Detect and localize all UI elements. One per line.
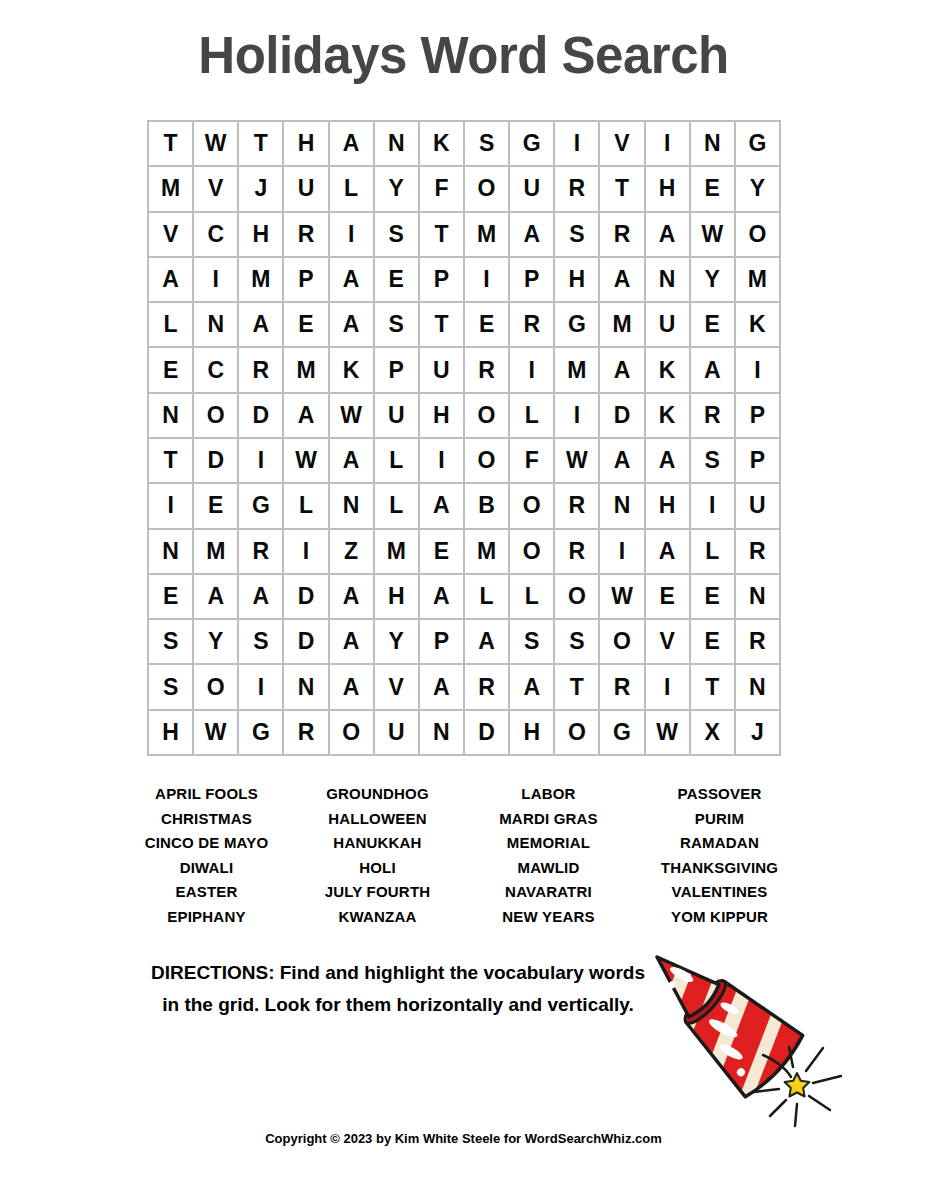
grid-cell-r13c9[interactable]: A <box>510 665 553 708</box>
grid-cell-r5c9[interactable]: R <box>510 303 553 346</box>
grid-cell-r10c6[interactable]: M <box>375 530 418 573</box>
grid-cell-r3c6[interactable]: S <box>375 213 418 256</box>
word-item: MEMORIAL <box>467 831 630 856</box>
word-item: MAWLID <box>467 856 630 881</box>
grid-cell-r14c5[interactable]: O <box>330 711 373 754</box>
grid-cell-r4c4[interactable]: P <box>284 258 327 301</box>
grid-cell-r7c11[interactable]: D <box>600 394 643 437</box>
grid-cell-r1c1[interactable]: T <box>149 122 192 165</box>
word-item: YOM KIPPUR <box>638 905 801 930</box>
grid-cell-r3c13[interactable]: W <box>691 213 734 256</box>
grid-cell-r6c13[interactable]: A <box>691 348 734 391</box>
grid-cell-r2c10[interactable]: R <box>555 167 598 210</box>
grid-cell-r11c3[interactable]: A <box>239 575 282 618</box>
grid-cell-r9c1[interactable]: I <box>149 484 192 527</box>
grid-cell-r13c5[interactable]: A <box>330 665 373 708</box>
grid-cell-r10c9[interactable]: O <box>510 530 553 573</box>
grid-cell-r3c10[interactable]: S <box>555 213 598 256</box>
grid-cell-r13c13[interactable]: T <box>691 665 734 708</box>
grid-cell-r5c4[interactable]: E <box>284 303 327 346</box>
grid-cell-r11c5[interactable]: A <box>330 575 373 618</box>
grid-cell-r7c9[interactable]: L <box>510 394 553 437</box>
word-item: HOLI <box>296 856 459 881</box>
grid-cell-r13c8[interactable]: R <box>465 665 508 708</box>
grid-cell-r1c3[interactable]: T <box>239 122 282 165</box>
grid-cell-r12c10[interactable]: S <box>555 620 598 663</box>
grid-cell-r6c12[interactable]: K <box>646 348 689 391</box>
grid-cell-r9c2[interactable]: E <box>194 484 237 527</box>
grid-cell-r14c3[interactable]: G <box>239 711 282 754</box>
grid-cell-r1c4[interactable]: H <box>284 122 327 165</box>
grid-cell-r4c3[interactable]: M <box>239 258 282 301</box>
rocket-body-group <box>643 943 844 1137</box>
grid-cell-r11c14[interactable]: N <box>736 575 779 618</box>
word-item: KWANZAA <box>296 905 459 930</box>
grid-cell-r8c1[interactable]: T <box>149 439 192 482</box>
grid-cell-r5c3[interactable]: A <box>239 303 282 346</box>
grid-cell-r14c9[interactable]: H <box>510 711 553 754</box>
grid-cell-r6c1[interactable]: E <box>149 348 192 391</box>
grid-cell-r2c14[interactable]: Y <box>736 167 779 210</box>
grid-cell-r13c2[interactable]: O <box>194 665 237 708</box>
grid-cell-r9c5[interactable]: N <box>330 484 373 527</box>
page-title: Holidays Word Search <box>0 26 927 85</box>
grid-cell-r5c1[interactable]: L <box>149 303 192 346</box>
word-item: GROUNDHOG <box>296 782 459 807</box>
grid-cell-r4c10[interactable]: H <box>555 258 598 301</box>
grid-cell-r3c5[interactable]: I <box>330 213 373 256</box>
grid-cell-r7c14[interactable]: P <box>736 394 779 437</box>
grid-cell-r4c13[interactable]: Y <box>691 258 734 301</box>
word-item: NAVARATRI <box>467 880 630 905</box>
grid-cell-r9c12[interactable]: H <box>646 484 689 527</box>
grid-cell-r4c1[interactable]: A <box>149 258 192 301</box>
grid-cell-r14c4[interactable]: R <box>284 711 327 754</box>
directions-text: DIRECTIONS: Find and highlight the vocab… <box>120 957 676 1021</box>
word-item: CINCO DE MAYO <box>125 831 288 856</box>
grid-cell-r1c8[interactable]: S <box>465 122 508 165</box>
firework-rocket-illustration <box>643 943 911 1141</box>
grid-cell-r5c8[interactable]: E <box>465 303 508 346</box>
grid-cell-r3c3[interactable]: H <box>239 213 282 256</box>
grid-cell-r3c7[interactable]: T <box>420 213 463 256</box>
grid-cell-r5c11[interactable]: M <box>600 303 643 346</box>
grid-cell-r3c1[interactable]: V <box>149 213 192 256</box>
grid-cell-r2c3[interactable]: J <box>239 167 282 210</box>
grid-cell-r12c2[interactable]: Y <box>194 620 237 663</box>
grid-cell-r10c11[interactable]: I <box>600 530 643 573</box>
grid-cell-r13c1[interactable]: S <box>149 665 192 708</box>
directions-line-2: in the grid. Look for them horizontally … <box>120 989 676 1021</box>
grid-cell-r12c5[interactable]: A <box>330 620 373 663</box>
grid-cell-r6c7[interactable]: U <box>420 348 463 391</box>
grid-cell-r12c12[interactable]: V <box>646 620 689 663</box>
grid-cell-r8c2[interactable]: D <box>194 439 237 482</box>
word-item: MARDI GRAS <box>467 807 630 832</box>
grid-cell-r2c9[interactable]: U <box>510 167 553 210</box>
word-item: DIWALI <box>125 856 288 881</box>
grid-cell-r8c5[interactable]: A <box>330 439 373 482</box>
grid-cell-r7c10[interactable]: I <box>555 394 598 437</box>
grid-cell-r11c4[interactable]: D <box>284 575 327 618</box>
grid-cell-r1c6[interactable]: N <box>375 122 418 165</box>
grid-cell-r6c6[interactable]: P <box>375 348 418 391</box>
grid-cell-r8c6[interactable]: L <box>375 439 418 482</box>
grid-cell-r1c7[interactable]: K <box>420 122 463 165</box>
grid-cell-r6c9[interactable]: I <box>510 348 553 391</box>
grid-cell-r9c6[interactable]: L <box>375 484 418 527</box>
grid-cell-r2c4[interactable]: U <box>284 167 327 210</box>
word-list-column: GROUNDHOGHALLOWEENHANUKKAHHOLIJULY FOURT… <box>296 782 459 929</box>
grid-cell-r2c2[interactable]: V <box>194 167 237 210</box>
grid-cell-r10c8[interactable]: M <box>465 530 508 573</box>
grid-cell-r13c7[interactable]: A <box>420 665 463 708</box>
grid-cell-r1c5[interactable]: A <box>330 122 373 165</box>
grid-cell-r7c8[interactable]: O <box>465 394 508 437</box>
grid-cell-r10c5[interactable]: Z <box>330 530 373 573</box>
grid-cell-r13c6[interactable]: V <box>375 665 418 708</box>
grid-cell-r3c9[interactable]: A <box>510 213 553 256</box>
grid-cell-r11c7[interactable]: A <box>420 575 463 618</box>
grid-cell-r1c9[interactable]: G <box>510 122 553 165</box>
grid-cell-r1c14[interactable]: G <box>736 122 779 165</box>
grid-cell-r8c8[interactable]: O <box>465 439 508 482</box>
grid-cell-r13c3[interactable]: I <box>239 665 282 708</box>
grid-cell-r4c5[interactable]: A <box>330 258 373 301</box>
grid-cell-r7c3[interactable]: D <box>239 394 282 437</box>
grid-cell-r3c4[interactable]: R <box>284 213 327 256</box>
directions-line-1: DIRECTIONS: Find and highlight the vocab… <box>120 957 676 989</box>
grid-cell-r5c2[interactable]: N <box>194 303 237 346</box>
grid-cell-r13c12[interactable]: I <box>646 665 689 708</box>
grid-cell-r8c10[interactable]: W <box>555 439 598 482</box>
grid-cell-r14c14[interactable]: J <box>736 711 779 754</box>
grid-cell-r1c10[interactable]: I <box>555 122 598 165</box>
grid-cell-r8c12[interactable]: A <box>646 439 689 482</box>
word-item: RAMADAN <box>638 831 801 856</box>
grid-cell-r10c10[interactable]: R <box>555 530 598 573</box>
grid-cell-r7c7[interactable]: H <box>420 394 463 437</box>
grid-cell-r10c4[interactable]: I <box>284 530 327 573</box>
grid-cell-r14c7[interactable]: N <box>420 711 463 754</box>
grid-cell-r9c11[interactable]: N <box>600 484 643 527</box>
grid-cell-r10c7[interactable]: E <box>420 530 463 573</box>
grid-cell-r5c5[interactable]: A <box>330 303 373 346</box>
grid-cell-r6c11[interactable]: A <box>600 348 643 391</box>
grid-cell-r6c14[interactable]: I <box>736 348 779 391</box>
grid-cell-r9c10[interactable]: R <box>555 484 598 527</box>
grid-cell-r13c4[interactable]: N <box>284 665 327 708</box>
grid-cell-r3c12[interactable]: A <box>646 213 689 256</box>
grid-cell-r14c13[interactable]: X <box>691 711 734 754</box>
grid-cell-r4c11[interactable]: A <box>600 258 643 301</box>
grid-cell-r2c11[interactable]: T <box>600 167 643 210</box>
grid-cell-r13c11[interactable]: R <box>600 665 643 708</box>
grid-cell-r10c3[interactable]: R <box>239 530 282 573</box>
grid-cell-r3c11[interactable]: R <box>600 213 643 256</box>
word-item: HANUKKAH <box>296 831 459 856</box>
grid-cell-r14c2[interactable]: W <box>194 711 237 754</box>
word-item: THANKSGIVING <box>638 856 801 881</box>
grid-cell-r11c1[interactable]: E <box>149 575 192 618</box>
grid-cell-r6c8[interactable]: R <box>465 348 508 391</box>
grid-cell-r14c10[interactable]: O <box>555 711 598 754</box>
grid-cell-r1c2[interactable]: W <box>194 122 237 165</box>
grid-cell-r11c12[interactable]: E <box>646 575 689 618</box>
grid-cell-r12c9[interactable]: S <box>510 620 553 663</box>
grid-cell-r6c10[interactable]: M <box>555 348 598 391</box>
grid-cell-r7c4[interactable]: A <box>284 394 327 437</box>
worksheet-page: Holidays Word Search TWTHANKSGIVINGMVJUL… <box>0 0 927 1199</box>
grid-cell-r8c14[interactable]: P <box>736 439 779 482</box>
grid-cell-r7c1[interactable]: N <box>149 394 192 437</box>
grid-cell-r9c13[interactable]: I <box>691 484 734 527</box>
grid-cell-r2c5[interactable]: L <box>330 167 373 210</box>
word-item: PURIM <box>638 807 801 832</box>
grid-cell-r5c12[interactable]: U <box>646 303 689 346</box>
word-item: PASSOVER <box>638 782 801 807</box>
grid-cell-r1c13[interactable]: N <box>691 122 734 165</box>
grid-cell-r2c13[interactable]: E <box>691 167 734 210</box>
grid-cell-r3c8[interactable]: M <box>465 213 508 256</box>
grid-cell-r8c11[interactable]: A <box>600 439 643 482</box>
grid-cell-r9c9[interactable]: O <box>510 484 553 527</box>
grid-cell-r9c3[interactable]: G <box>239 484 282 527</box>
grid-cell-r4c7[interactable]: P <box>420 258 463 301</box>
word-item: CHRISTMAS <box>125 807 288 832</box>
grid-cell-r13c10[interactable]: T <box>555 665 598 708</box>
grid-cell-r11c13[interactable]: E <box>691 575 734 618</box>
word-list-column: PASSOVERPURIMRAMADANTHANKSGIVINGVALENTIN… <box>638 782 801 929</box>
grid-cell-r3c14[interactable]: O <box>736 213 779 256</box>
grid-cell-r4c8[interactable]: I <box>465 258 508 301</box>
spark-star-icon <box>785 1073 810 1097</box>
grid-cell-r12c4[interactable]: D <box>284 620 327 663</box>
grid-cell-r9c8[interactable]: B <box>465 484 508 527</box>
grid-cell-r7c13[interactable]: R <box>691 394 734 437</box>
grid-cell-r2c7[interactable]: F <box>420 167 463 210</box>
grid-cell-r8c9[interactable]: F <box>510 439 553 482</box>
grid-cell-r3c2[interactable]: C <box>194 213 237 256</box>
grid-cell-r10c14[interactable]: R <box>736 530 779 573</box>
word-list-column: APRIL FOOLSCHRISTMASCINCO DE MAYODIWALIE… <box>125 782 288 929</box>
grid-cell-r5c6[interactable]: S <box>375 303 418 346</box>
grid-cell-r10c12[interactable]: A <box>646 530 689 573</box>
grid-cell-r6c2[interactable]: C <box>194 348 237 391</box>
grid-cell-r7c5[interactable]: W <box>330 394 373 437</box>
grid-cell-r2c12[interactable]: H <box>646 167 689 210</box>
grid-cell-r4c12[interactable]: N <box>646 258 689 301</box>
word-item: EASTER <box>125 880 288 905</box>
grid-cell-r5c14[interactable]: K <box>736 303 779 346</box>
grid-cell-r8c3[interactable]: I <box>239 439 282 482</box>
grid-cell-r11c6[interactable]: H <box>375 575 418 618</box>
grid-cell-r5c13[interactable]: E <box>691 303 734 346</box>
copyright-text: Copyright © 2023 by Kim White Steele for… <box>0 1131 927 1146</box>
word-list-column: LABORMARDI GRASMEMORIALMAWLIDNAVARATRINE… <box>467 782 630 929</box>
grid-cell-r11c9[interactable]: L <box>510 575 553 618</box>
grid-cell-r14c6[interactable]: U <box>375 711 418 754</box>
grid-cell-r12c6[interactable]: Y <box>375 620 418 663</box>
grid-cell-r9c4[interactable]: L <box>284 484 327 527</box>
grid-cell-r12c7[interactable]: P <box>420 620 463 663</box>
word-item: APRIL FOOLS <box>125 782 288 807</box>
grid-cell-r7c2[interactable]: O <box>194 394 237 437</box>
grid-cell-r9c14[interactable]: U <box>736 484 779 527</box>
word-item: HALLOWEEN <box>296 807 459 832</box>
grid-cell-r8c4[interactable]: W <box>284 439 327 482</box>
grid-cell-r12c3[interactable]: S <box>239 620 282 663</box>
grid-cell-r6c4[interactable]: M <box>284 348 327 391</box>
grid-cell-r11c2[interactable]: A <box>194 575 237 618</box>
grid-cell-r2c1[interactable]: M <box>149 167 192 210</box>
grid-cell-r8c13[interactable]: S <box>691 439 734 482</box>
grid-cell-r12c11[interactable]: O <box>600 620 643 663</box>
grid-cell-r1c11[interactable]: V <box>600 122 643 165</box>
grid-cell-r12c8[interactable]: A <box>465 620 508 663</box>
word-item: NEW YEARS <box>467 905 630 930</box>
grid-cell-r2c8[interactable]: O <box>465 167 508 210</box>
word-item: LABOR <box>467 782 630 807</box>
grid-cell-r8c7[interactable]: I <box>420 439 463 482</box>
grid-cell-r6c5[interactable]: K <box>330 348 373 391</box>
grid-cell-r12c14[interactable]: R <box>736 620 779 663</box>
grid-cell-r2c6[interactable]: Y <box>375 167 418 210</box>
grid-cell-r11c10[interactable]: O <box>555 575 598 618</box>
word-item: EPIPHANY <box>125 905 288 930</box>
grid-cell-r5c7[interactable]: T <box>420 303 463 346</box>
grid-cell-r4c2[interactable]: I <box>194 258 237 301</box>
grid-cell-r4c6[interactable]: E <box>375 258 418 301</box>
word-grid: TWTHANKSGIVINGMVJULYFOURTHEYVCHRISTMASRA… <box>147 120 781 756</box>
grid-cell-r4c9[interactable]: P <box>510 258 553 301</box>
grid-cell-r12c1[interactable]: S <box>149 620 192 663</box>
grid-cell-r14c1[interactable]: H <box>149 711 192 754</box>
grid-cell-r14c12[interactable]: W <box>646 711 689 754</box>
grid-cell-r13c14[interactable]: N <box>736 665 779 708</box>
grid-cell-r10c13[interactable]: L <box>691 530 734 573</box>
grid-cell-r12c13[interactable]: E <box>691 620 734 663</box>
grid-cell-r9c7[interactable]: A <box>420 484 463 527</box>
grid-cell-r1c12[interactable]: I <box>646 122 689 165</box>
word-item: VALENTINES <box>638 880 801 905</box>
grid-cell-r14c8[interactable]: D <box>465 711 508 754</box>
grid-cell-r14c11[interactable]: G <box>600 711 643 754</box>
grid-cell-r6c3[interactable]: R <box>239 348 282 391</box>
grid-cell-r4c14[interactable]: M <box>736 258 779 301</box>
word-item: JULY FOURTH <box>296 880 459 905</box>
grid-cell-r7c6[interactable]: U <box>375 394 418 437</box>
grid-cell-r5c10[interactable]: G <box>555 303 598 346</box>
grid-cell-r10c2[interactable]: M <box>194 530 237 573</box>
grid-cell-r11c8[interactable]: L <box>465 575 508 618</box>
grid-cell-r7c12[interactable]: K <box>646 394 689 437</box>
grid-cell-r10c1[interactable]: N <box>149 530 192 573</box>
word-list: APRIL FOOLSCHRISTMASCINCO DE MAYODIWALIE… <box>125 782 801 929</box>
grid-cell-r11c11[interactable]: W <box>600 575 643 618</box>
